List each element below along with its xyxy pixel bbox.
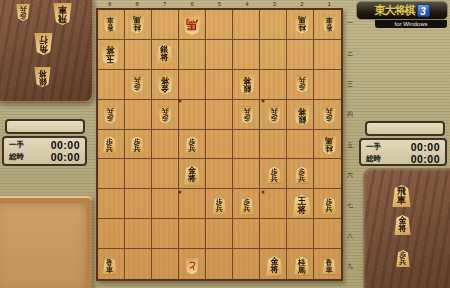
- gote-move-time: 00:00: [51, 139, 80, 151]
- square-5三[interactable]: [206, 70, 233, 100]
- square-8六[interactable]: [125, 159, 152, 189]
- square-5六[interactable]: [206, 159, 233, 189]
- gote-nameplate: [5, 119, 85, 134]
- square-5四[interactable]: [206, 100, 233, 130]
- file-label-4: 4: [245, 0, 248, 8]
- app-logo: 東大将棋 3 for Windows: [356, 1, 448, 27]
- square-7八[interactable]: [152, 219, 179, 249]
- square-1六[interactable]: [314, 159, 341, 189]
- hand-piece-sente-歩[interactable]: 歩兵: [396, 250, 410, 267]
- sente-nameplate: [365, 121, 445, 136]
- square-5五[interactable]: [206, 130, 233, 160]
- square-8八[interactable]: [125, 219, 152, 249]
- gote-total-time: 00:00: [51, 151, 80, 163]
- file-label-9: 9: [108, 0, 111, 8]
- piece-sente-金-39[interactable]: 金将: [266, 256, 283, 276]
- logo-subtitle: for Windows: [375, 20, 447, 28]
- square-3五[interactable]: [260, 130, 287, 160]
- square-8九[interactable]: [125, 249, 152, 279]
- gote-move-label: 一手: [9, 140, 24, 150]
- rank-label-1: 一: [345, 19, 355, 27]
- hand-piece-sente-金[interactable]: 金将: [394, 215, 411, 235]
- square-5一[interactable]: [206, 10, 233, 40]
- piece-sente-香-19[interactable]: 香車: [322, 258, 336, 275]
- square-6七[interactable]: [179, 189, 206, 219]
- piece-sente-歩-47[interactable]: 歩兵: [240, 197, 254, 214]
- sente-move-time: 00:00: [411, 141, 440, 153]
- logo-version-cube: 3: [417, 4, 430, 17]
- file-label-7: 7: [163, 0, 166, 8]
- square-9六[interactable]: [98, 159, 125, 189]
- square-3七[interactable]: [260, 189, 287, 219]
- piece-box-empty: [0, 196, 92, 288]
- square-9三[interactable]: [98, 70, 125, 100]
- piece-sente-歩-26[interactable]: 歩兵: [295, 167, 309, 184]
- square-6二[interactable]: [179, 40, 206, 70]
- file-label-8: 8: [135, 0, 138, 8]
- sente-total-time: 00:00: [411, 153, 440, 165]
- sente-clock-panel: 一手 00:00 総時 00:00: [359, 138, 447, 166]
- file-label-1: 1: [328, 0, 331, 8]
- sente-move-label: 一手: [366, 142, 381, 152]
- rank-label-7: 七: [345, 201, 355, 209]
- square-7六[interactable]: [152, 159, 179, 189]
- square-1三[interactable]: [314, 70, 341, 100]
- gote-total-label: 総時: [9, 152, 24, 162]
- hand-piece-gote-飛[interactable]: 飛車: [53, 3, 72, 25]
- star-point: [261, 100, 264, 103]
- square-2五[interactable]: [287, 130, 314, 160]
- tatami-background: 歩兵飛車角行銀将 一手 00:00 総時 00:00 東大将棋 3 for Wi…: [0, 0, 450, 288]
- rank-label-9: 九: [345, 262, 355, 270]
- piece-sente-歩-85[interactable]: 歩兵: [130, 137, 144, 154]
- file-label-2: 2: [300, 0, 303, 8]
- hand-piece-gote-角[interactable]: 角行: [34, 33, 53, 55]
- square-4八[interactable]: [233, 219, 260, 249]
- square-9七[interactable]: [98, 189, 125, 219]
- square-7九[interactable]: [152, 249, 179, 279]
- square-4二[interactable]: [233, 40, 260, 70]
- square-5二[interactable]: [206, 40, 233, 70]
- rank-label-3: 三: [345, 80, 355, 88]
- sente-total-label: 総時: [366, 154, 381, 164]
- hand-piece-sente-飛[interactable]: 飛車: [392, 185, 411, 207]
- square-3一[interactable]: [260, 10, 287, 40]
- rank-label-6: 六: [345, 171, 355, 179]
- file-label-6: 6: [190, 0, 193, 8]
- piece-sente-歩-95[interactable]: 歩兵: [103, 137, 117, 154]
- hand-piece-gote-銀[interactable]: 銀将: [34, 67, 51, 87]
- square-6三[interactable]: [179, 70, 206, 100]
- square-1八[interactable]: [314, 219, 341, 249]
- square-4五[interactable]: [233, 130, 260, 160]
- piece-gote-馬-61[interactable]: 馬: [183, 13, 202, 35]
- square-2二[interactable]: [287, 40, 314, 70]
- logo-title: 東大将棋: [375, 3, 415, 18]
- rank-label-8: 八: [345, 232, 355, 240]
- piece-sente-歩-57[interactable]: 歩兵: [213, 197, 227, 214]
- square-3八[interactable]: [260, 219, 287, 249]
- piece-sente-香-99[interactable]: 香車: [103, 258, 117, 275]
- hand-piece-gote-歩[interactable]: 歩兵: [16, 4, 30, 21]
- star-point: [179, 191, 182, 194]
- square-7一[interactable]: [152, 10, 179, 40]
- piece-sente-歩-36[interactable]: 歩兵: [267, 167, 281, 184]
- rank-label-5: 五: [345, 141, 355, 149]
- rank-label-4: 四: [345, 110, 355, 118]
- square-4一[interactable]: [233, 10, 260, 40]
- komadai-gote: 歩兵飛車角行銀将: [0, 0, 93, 102]
- piece-gote-歩-44[interactable]: 歩兵: [240, 106, 254, 123]
- gote-clock-panel: 一手 00:00 総時 00:00: [2, 136, 87, 166]
- square-5八[interactable]: [206, 219, 233, 249]
- file-label-3: 3: [273, 0, 276, 8]
- square-7五[interactable]: [152, 130, 179, 160]
- piece-sente-王-27[interactable]: 王将: [292, 195, 311, 217]
- star-point: [261, 191, 264, 194]
- square-6四[interactable]: [179, 100, 206, 130]
- square-8四[interactable]: [125, 100, 152, 130]
- piece-sente-金-66[interactable]: 金将: [184, 165, 201, 185]
- square-3三[interactable]: [260, 70, 287, 100]
- square-8二[interactable]: [125, 40, 152, 70]
- piece-sente-歩-65[interactable]: 歩兵: [185, 137, 199, 154]
- file-label-5: 5: [218, 0, 221, 8]
- piece-sente-銀-72[interactable]: 銀将: [156, 44, 173, 64]
- piece-sente-桂-29[interactable]: 桂馬: [294, 257, 310, 276]
- square-2八[interactable]: [287, 219, 314, 249]
- square-1二[interactable]: [314, 40, 341, 70]
- square-7七[interactable]: [152, 189, 179, 219]
- square-8七[interactable]: [125, 189, 152, 219]
- square-3二[interactable]: [260, 40, 287, 70]
- square-6八[interactable]: [179, 219, 206, 249]
- komadai-sente: 飛車金将歩兵: [363, 168, 450, 288]
- square-9八[interactable]: [98, 219, 125, 249]
- logo-badge: 東大将棋 3: [356, 1, 448, 20]
- piece-sente-歩-17[interactable]: 歩兵: [322, 197, 336, 214]
- square-4九[interactable]: [233, 249, 260, 279]
- star-point: [179, 100, 182, 103]
- square-5九[interactable]: [206, 249, 233, 279]
- square-4六[interactable]: [233, 159, 260, 189]
- rank-label-2: 二: [345, 50, 355, 58]
